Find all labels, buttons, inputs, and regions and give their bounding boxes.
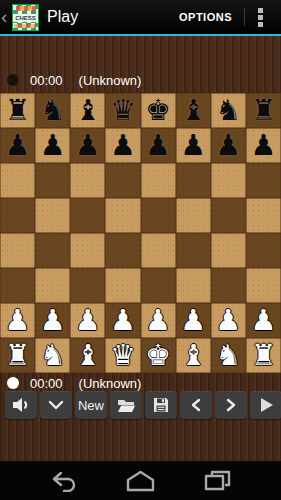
white-bishop: ♝	[75, 341, 101, 370]
square-a1[interactable]: ♜	[0, 338, 35, 373]
back-chevron-icon[interactable]: ‹	[1, 0, 10, 34]
chess-app-screen: ‹ CHESS Play OPTIONS 00:00 (Unknown) ♜♞♝…	[0, 0, 281, 500]
square-a8[interactable]: ♜	[0, 93, 35, 128]
save-button[interactable]	[145, 391, 177, 419]
overflow-menu-icon[interactable]	[256, 6, 265, 29]
square-f4[interactable]	[176, 233, 211, 268]
square-h3[interactable]	[246, 268, 281, 303]
white-pawn: ♟	[5, 306, 31, 335]
black-bishop: ♝	[75, 96, 101, 125]
square-b1[interactable]: ♞	[35, 338, 70, 373]
square-c5[interactable]	[70, 198, 105, 233]
square-b6[interactable]	[35, 163, 70, 198]
square-g1[interactable]: ♞	[211, 338, 246, 373]
square-g3[interactable]	[211, 268, 246, 303]
black-knight: ♞	[215, 96, 241, 125]
white-pawn: ♟	[110, 306, 136, 335]
square-d1[interactable]: ♛	[105, 338, 140, 373]
black-clock-row: 00:00 (Unknown)	[0, 70, 281, 90]
square-c1[interactable]: ♝	[70, 338, 105, 373]
black-rook: ♜	[5, 96, 31, 125]
square-e4[interactable]	[141, 233, 176, 268]
white-knight: ♞	[40, 341, 66, 370]
square-e1[interactable]: ♚	[141, 338, 176, 373]
white-clock-row: 00:00 (Unknown)	[0, 373, 281, 393]
new-game-button[interactable]: New	[75, 391, 107, 419]
black-bishop: ♝	[180, 96, 206, 125]
square-d5[interactable]	[105, 198, 140, 233]
white-pawn: ♟	[40, 306, 66, 335]
square-d3[interactable]	[105, 268, 140, 303]
open-button[interactable]	[110, 391, 142, 419]
square-d2[interactable]: ♟	[105, 303, 140, 338]
square-f6[interactable]	[176, 163, 211, 198]
square-b7[interactable]: ♟	[35, 128, 70, 163]
square-c4[interactable]	[70, 233, 105, 268]
navigation-bar	[0, 461, 281, 500]
square-g5[interactable]	[211, 198, 246, 233]
nav-home-icon[interactable]	[126, 470, 155, 492]
white-pawn: ♟	[250, 306, 276, 335]
square-d4[interactable]	[105, 233, 140, 268]
square-a3[interactable]	[0, 268, 35, 303]
black-pawn: ♟	[180, 131, 206, 160]
square-a5[interactable]	[0, 198, 35, 233]
floppy-disk-icon	[153, 397, 169, 413]
square-f2[interactable]: ♟	[176, 303, 211, 338]
square-h7[interactable]: ♟	[246, 128, 281, 163]
speaker-icon	[12, 397, 30, 413]
white-rook: ♜	[5, 341, 31, 370]
square-h4[interactable]	[246, 233, 281, 268]
black-king: ♚	[145, 96, 171, 125]
square-a7[interactable]: ♟	[0, 128, 35, 163]
chess-board: ♜♞♝♛♚♝♞♜♟♟♟♟♟♟♟♟♟♟♟♟♟♟♟♟♜♞♝♛♚♝♞♜	[0, 92, 281, 373]
black-pawn: ♟	[5, 131, 31, 160]
square-a6[interactable]	[0, 163, 35, 198]
app-icon[interactable]: CHESS	[12, 4, 39, 31]
square-d6[interactable]	[105, 163, 140, 198]
square-h5[interactable]	[246, 198, 281, 233]
next-move-button[interactable]	[215, 391, 247, 419]
toolbar: New	[5, 391, 281, 419]
square-b4[interactable]	[35, 233, 70, 268]
black-knight: ♞	[40, 96, 66, 125]
white-player-name: (Unknown)	[79, 376, 142, 391]
square-f1[interactable]: ♝	[176, 338, 211, 373]
square-e3[interactable]	[141, 268, 176, 303]
white-bishop: ♝	[180, 341, 206, 370]
chevron-left-icon	[190, 398, 202, 412]
white-clock-time: 00:00	[30, 376, 63, 391]
new-game-label: New	[78, 398, 104, 413]
chevron-right-icon	[225, 398, 237, 412]
square-g4[interactable]	[211, 233, 246, 268]
square-d8[interactable]: ♛	[105, 93, 140, 128]
square-c7[interactable]: ♟	[70, 128, 105, 163]
options-button[interactable]: OPTIONS	[179, 11, 232, 23]
square-c8[interactable]: ♝	[70, 93, 105, 128]
square-h2[interactable]: ♟	[246, 303, 281, 338]
app-icon-label: CHESS	[13, 14, 38, 22]
square-g6[interactable]	[211, 163, 246, 198]
nav-recents-icon[interactable]	[204, 470, 231, 492]
black-player-indicator	[7, 74, 19, 86]
play-button[interactable]	[250, 391, 281, 419]
black-player-name: (Unknown)	[79, 73, 142, 88]
black-queen: ♛	[110, 96, 136, 125]
square-f5[interactable]	[176, 198, 211, 233]
black-pawn: ♟	[40, 131, 66, 160]
square-b3[interactable]	[35, 268, 70, 303]
square-c6[interactable]	[70, 163, 105, 198]
chevron-down-icon	[48, 399, 64, 411]
square-b5[interactable]	[35, 198, 70, 233]
black-pawn: ♟	[250, 131, 276, 160]
square-e6[interactable]	[141, 163, 176, 198]
black-pawn: ♟	[75, 131, 101, 160]
square-e8[interactable]: ♚	[141, 93, 176, 128]
play-icon	[259, 397, 274, 413]
white-pawn: ♟	[75, 306, 101, 335]
square-h1[interactable]: ♜	[246, 338, 281, 373]
square-f7[interactable]: ♟	[176, 128, 211, 163]
square-c2[interactable]: ♟	[70, 303, 105, 338]
square-b2[interactable]: ♟	[35, 303, 70, 338]
collapse-button[interactable]	[40, 391, 72, 419]
square-e2[interactable]: ♟	[141, 303, 176, 338]
square-h6[interactable]	[246, 163, 281, 198]
square-e5[interactable]	[141, 198, 176, 233]
black-pawn: ♟	[215, 131, 241, 160]
app-icon-accent	[16, 6, 36, 11]
square-f8[interactable]: ♝	[176, 93, 211, 128]
square-g2[interactable]: ♟	[211, 303, 246, 338]
white-king: ♚	[145, 341, 171, 370]
black-rook: ♜	[250, 96, 276, 125]
square-h8[interactable]: ♜	[246, 93, 281, 128]
square-g8[interactable]: ♞	[211, 93, 246, 128]
white-player-indicator	[7, 377, 19, 389]
action-bar: ‹ CHESS Play OPTIONS	[0, 0, 281, 34]
white-queen: ♛	[110, 341, 136, 370]
nav-back-icon[interactable]	[51, 470, 78, 492]
square-a4[interactable]	[0, 233, 35, 268]
white-pawn: ♟	[215, 306, 241, 335]
page-title: Play	[47, 8, 179, 26]
black-pawn: ♟	[145, 131, 171, 160]
square-d7[interactable]: ♟	[105, 128, 140, 163]
white-rook: ♜	[250, 341, 276, 370]
square-f3[interactable]	[176, 268, 211, 303]
volume-button[interactable]	[5, 391, 37, 419]
app-icon-accent	[14, 24, 36, 28]
prev-move-button[interactable]	[180, 391, 212, 419]
square-g7[interactable]: ♟	[211, 128, 246, 163]
folder-open-icon	[117, 398, 136, 413]
square-a2[interactable]: ♟	[0, 303, 35, 338]
black-clock-time: 00:00	[30, 73, 63, 88]
action-bar-divider	[244, 8, 245, 26]
square-e7[interactable]: ♟	[141, 128, 176, 163]
square-c3[interactable]	[70, 268, 105, 303]
black-pawn: ♟	[110, 131, 136, 160]
white-pawn: ♟	[180, 306, 206, 335]
square-b8[interactable]: ♞	[35, 93, 70, 128]
white-knight: ♞	[215, 341, 241, 370]
white-pawn: ♟	[145, 306, 171, 335]
